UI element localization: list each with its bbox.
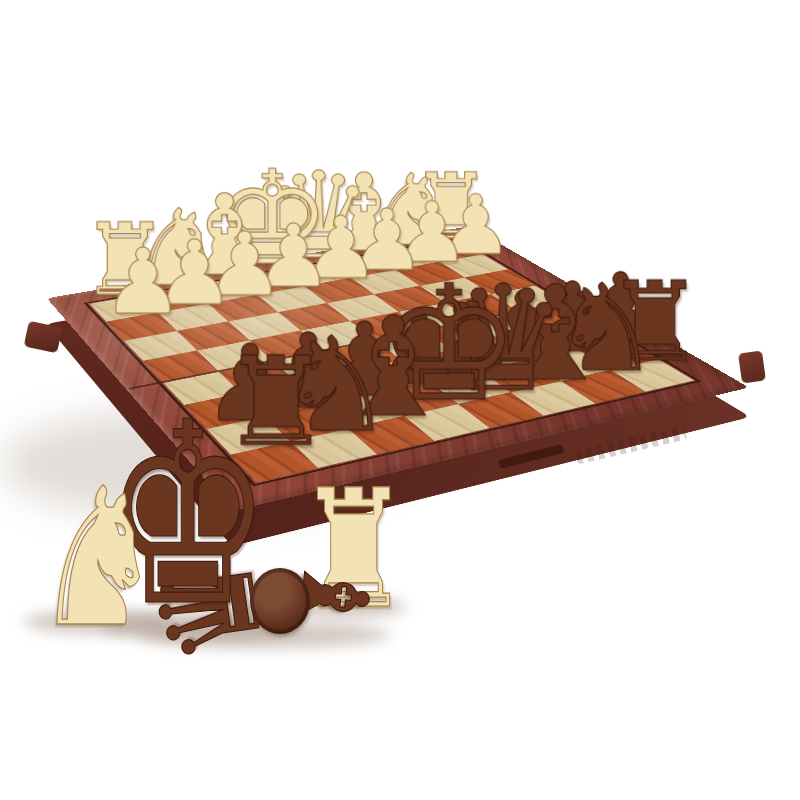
- offboard-white-knight-standing: ♞: [33, 463, 163, 653]
- chess-set-photo: ♜♞♝♚♛♝♞♜♟♟♟♟♟♟♟♟♟♟♟♟♟♟♟♟♜♞♝♚♛♝♞♜ ♜♝♛♚♞: [0, 0, 800, 800]
- offboard-pieces: ♜♝♛♚♞: [0, 0, 800, 800]
